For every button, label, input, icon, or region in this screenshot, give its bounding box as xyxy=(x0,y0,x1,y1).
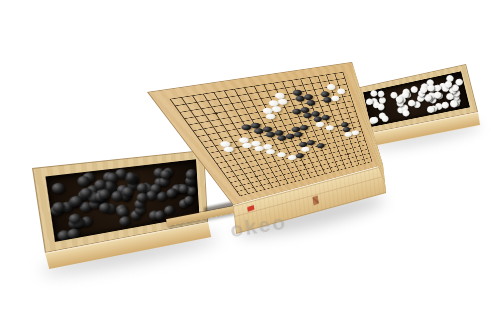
tray-stone xyxy=(402,109,410,117)
tray-stone xyxy=(122,186,134,197)
white-stone xyxy=(325,124,335,131)
white-stone xyxy=(300,146,310,153)
tray-stone xyxy=(51,182,65,194)
tray-stone xyxy=(119,216,131,227)
tray-stone xyxy=(77,175,90,187)
white-stone xyxy=(276,151,287,158)
star-point xyxy=(254,175,258,177)
tray-stone xyxy=(164,205,174,216)
brand-red-label xyxy=(247,205,254,212)
tray-stone xyxy=(381,114,389,122)
tray-stone xyxy=(371,116,379,124)
black-stone xyxy=(315,142,325,148)
white-stone xyxy=(315,121,325,128)
star-point xyxy=(213,112,218,115)
white-stone xyxy=(351,129,360,135)
black-stone xyxy=(305,99,316,106)
star-point xyxy=(302,164,305,166)
tray-stone xyxy=(184,195,194,205)
tray-stone xyxy=(146,190,157,201)
tray-stone xyxy=(67,227,80,239)
tray-stone xyxy=(136,192,147,203)
tray-stone xyxy=(441,101,450,109)
tray-stone xyxy=(370,90,378,98)
tray-stone xyxy=(455,78,464,86)
seal-stamp-icon xyxy=(312,195,319,205)
product-photo: okeo xyxy=(0,0,500,330)
star-point xyxy=(335,125,338,127)
white-stone xyxy=(264,148,275,155)
white-stone xyxy=(336,88,346,95)
star-point xyxy=(346,153,349,155)
tray-stone xyxy=(111,191,123,202)
white-stone xyxy=(222,146,235,153)
tray-stone xyxy=(166,188,176,199)
star-point xyxy=(235,146,239,148)
white-stone xyxy=(264,113,276,120)
tray-stone xyxy=(154,210,165,221)
white-stone xyxy=(326,83,336,90)
tray-stone xyxy=(160,169,171,180)
